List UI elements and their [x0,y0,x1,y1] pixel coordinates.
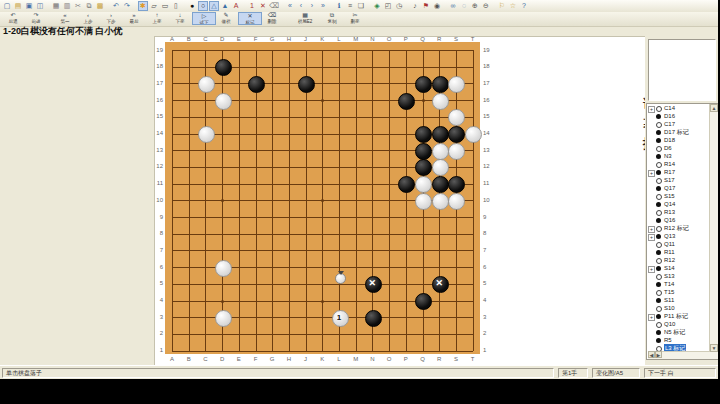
row-label-left: 4 [152,297,163,304]
column-label-top: D [218,36,226,43]
row-label-right: 4 [483,297,495,304]
move-tree-item[interactable]: +C14 [647,104,718,112]
flag-icon[interactable]: ⚐ [497,1,507,11]
tree-vertical-scrollbar[interactable]: ▲ ▼ [709,104,718,359]
column-label-top: F [252,36,260,43]
black-move-icon [656,154,661,159]
mic-icon[interactable]: ⚑ [421,1,431,11]
white-stone-R13[interactable] [432,143,449,160]
grid-line-horizontal [172,234,473,235]
move-label: D18 [664,136,675,144]
move-tree-item[interactable]: +R17 [647,168,718,176]
white-stone-D6[interactable] [215,260,232,277]
delete-button-icon: ⌫ [261,12,283,19]
right-panel: +C14D16C17D17 标记D18D6N3R14+R17S17Q17S15Q… [645,36,718,365]
black-stone-R17[interactable] [432,76,449,93]
prev-button-label: 上步 [77,19,99,24]
black-stone-Q12[interactable] [415,159,432,176]
white-stone-C17[interactable] [198,76,215,93]
letterbox-bottom [0,379,720,404]
triangle-mark-icon[interactable]: △ [209,1,219,11]
move-label: Q10 [664,320,675,328]
black-stone-P11[interactable] [398,176,415,193]
scroll-up-icon[interactable]: ▲ [710,104,718,112]
white-stone-S10[interactable] [448,193,465,210]
status-move-number: 第1手 [558,368,588,378]
edit-button-label: 做棋 [215,19,237,24]
black-move-icon [656,282,661,287]
column-label-bottom: S [452,356,460,363]
gear-icon[interactable]: ✱ [138,1,148,11]
move-label: C14 [664,104,675,112]
black-move-icon [656,130,661,135]
cursor-ghost-stone [335,273,346,284]
white-stone-C14[interactable] [198,126,215,143]
move-tree-item[interactable]: T15 [647,288,718,296]
move-number-label-L3: 1 [332,310,347,325]
row-label-left: 9 [152,214,163,221]
link-icon[interactable]: ∞ [448,1,458,11]
next-var-button-icon: ↓ [169,12,191,19]
star-point [422,99,425,102]
undo-move-button[interactable]: ↶后退 [2,12,24,25]
move-tree[interactable]: +C14D16C17D17 标记D18D6N3R14+R17S17Q17S15Q… [646,103,719,360]
black-stone-N3[interactable] [365,310,382,327]
move-label: Q16 [664,216,675,224]
grid-line-horizontal [172,351,473,352]
delete-button[interactable]: ⌫删除 [261,12,283,25]
move-tree-item[interactable]: N3 [647,152,718,160]
status-hint: 单击棋盘落子 [2,368,554,378]
black-stone-Q14[interactable] [415,126,432,143]
prev-var-button-label: 上变 [146,19,168,24]
row-label-left: 10 [152,197,163,204]
column-label-top: G [268,36,276,43]
white-stone-T14[interactable] [465,126,482,143]
star-point [321,99,324,102]
column-label-bottom: K [318,356,326,363]
move-label: N3 [664,152,672,160]
white-move-icon [656,322,662,328]
copy-pos-button-label: 复制 [321,19,343,24]
black-move-icon [656,330,661,335]
row-label-left: 13 [152,147,163,154]
white-move-icon [656,146,662,152]
column-label-bottom: R [435,356,443,363]
move-tree-item[interactable]: D18 [647,136,718,144]
square-mark-icon[interactable]: ▲ [220,1,230,11]
white-move-icon [656,178,662,184]
column-label-bottom: E [235,356,243,363]
undo-move-button-label: 后退 [2,19,24,24]
row-label-left: 18 [152,63,163,70]
row-label-left: 3 [152,314,163,321]
redo-move-button-icon: ↷ [25,12,47,19]
row-label-right: 17 [483,80,495,87]
undo-icon[interactable]: ↶ [111,1,121,11]
column-label-top: L [335,36,343,43]
row-label-right: 1 [483,347,495,354]
column-label-top: P [402,36,410,43]
move-label: S17 [664,176,675,184]
status-variation: 变化图/A5 [592,368,640,378]
move-label: Q14 [664,200,675,208]
column-label-top: R [435,36,443,43]
del-var-button-label: 删变 [344,19,366,24]
row-label-right: 7 [483,247,495,254]
status-next-player: 下一手 白 [644,368,716,378]
row-label-left: 15 [152,113,163,120]
next-move-icon[interactable]: › [307,1,317,11]
next-button[interactable]: ›下步 [100,12,122,25]
move-label: D6 [664,144,672,152]
move-label: N5 标记 [664,328,685,336]
prev-var-button[interactable]: ↑上变 [146,12,168,25]
move-label: R12 [664,256,675,264]
move-tree-item[interactable]: S10 [647,304,718,312]
black-stone-D18[interactable] [215,59,232,76]
prev-button[interactable]: ‹上步 [77,12,99,25]
move-tree-item[interactable]: T14 [647,280,718,288]
move-tree-item[interactable]: Q14 [647,200,718,208]
save-all-icon[interactable]: ◫ [35,1,45,11]
white-stone-R16[interactable] [432,93,449,110]
white-move-icon [656,258,662,264]
move-tree-item[interactable]: R14 [647,160,718,168]
row-label-right: 11 [483,180,495,187]
grid-line-vertical [339,50,340,351]
next-button-icon: › [100,12,122,19]
comment-icon[interactable]: ❏ [356,1,366,11]
paste-icon[interactable]: ▩ [95,1,105,11]
white-stone-R10[interactable] [432,193,449,210]
column-label-top: J [302,36,310,43]
next-var-button[interactable]: ↓下变 [169,12,191,25]
column-label-bottom: C [201,356,209,363]
column-label-bottom: N [368,356,376,363]
game-e2-button[interactable]: ▦棋局E2 [290,12,320,25]
black-stone-Q4[interactable] [415,293,432,310]
tree-view-icon[interactable]: ≡ [345,1,355,11]
black-stone-S11[interactable] [448,176,465,193]
move-tree-item[interactable]: D6 [647,144,718,152]
row-label-left: 12 [152,163,163,170]
move-label: R5 [664,336,672,344]
number-mark-icon[interactable]: 1 [247,1,257,11]
scroll-left-icon[interactable]: ◀ [648,351,655,358]
white-move-icon [656,210,662,216]
column-label-bottom: B [185,356,193,363]
column-label-top: K [318,36,326,43]
row-label-left: 14 [152,130,163,137]
column-label-bottom: Q [419,356,427,363]
column-label-top: Q [419,36,427,43]
move-tree-item[interactable]: R11 [647,248,718,256]
move-tree-item[interactable]: +P11 标记 [647,312,718,320]
cross-mark-icon[interactable]: ✕ [258,1,268,11]
move-tree-item[interactable]: Q17 [647,184,718,192]
open-file-icon[interactable]: ▤ [13,1,23,11]
move-label: R12 标记 [664,224,689,232]
mark-button[interactable]: ✕标记 [238,12,262,25]
black-stone-R11[interactable] [432,176,449,193]
move-label: R14 [664,160,675,168]
black-stone-icon[interactable]: ● [187,1,197,11]
move-tree-item[interactable]: Q10 [647,320,718,328]
search-icon[interactable]: ◌ [459,1,469,11]
move-label: R17 [664,168,675,176]
row-label-right: 18 [483,63,495,70]
black-stone-S14[interactable] [448,126,465,143]
white-move-icon [656,194,662,200]
try-button[interactable]: ▷试下 [192,12,216,25]
row-label-right: 15 [483,113,495,120]
last-button-icon: » [123,12,145,19]
first-button[interactable]: «第一 [54,12,76,25]
first-move-icon[interactable]: « [285,1,295,11]
del-var-button[interactable]: ✂删变 [344,12,366,25]
column-label-bottom: H [285,356,293,363]
edit-button[interactable]: ✎做棋 [215,12,237,25]
clock-icon[interactable]: ◷ [394,1,404,11]
white-stone-icon[interactable]: ○ [198,1,208,11]
cross-marker-N5: ✕ [365,276,380,291]
letter-mark-icon[interactable]: A [231,1,241,11]
move-tree-item[interactable]: N5 标记 [647,328,718,336]
grid-line-vertical [473,50,474,351]
white-stone-Q11[interactable] [415,176,432,193]
help-icon[interactable]: ? [519,1,529,11]
star-point [321,199,324,202]
first-button-label: 第一 [54,19,76,24]
grid-line-horizontal [172,250,473,251]
prev-move-icon[interactable]: ‹ [296,1,306,11]
white-stone-D3[interactable] [215,310,232,327]
white-stone-R12[interactable] [432,159,449,176]
preview-icon[interactable]: ▥ [62,1,72,11]
white-stone-S17[interactable] [448,76,465,93]
column-label-top: H [285,36,293,43]
white-stone-D16[interactable] [215,93,232,110]
row-label-right: 19 [483,47,495,54]
row-label-right: 9 [483,214,495,221]
new-file-icon[interactable]: ▢ [2,1,12,11]
column-label-bottom: A [168,356,176,363]
print-icon[interactable]: ▦ [51,1,61,11]
column-label-top: M [352,36,360,43]
black-move-icon [656,266,661,271]
black-move-icon [656,186,661,191]
white-stone-S13[interactable] [448,143,465,160]
last-button-label: 最后 [123,19,145,24]
erase-icon[interactable]: ⌫ [269,1,279,11]
next-var-button-label: 下变 [169,19,191,24]
try-button-icon: ▷ [193,13,215,20]
move-label: S15 [664,192,675,200]
white-stone-S15[interactable] [448,109,465,126]
grid-icon[interactable]: ▭ [160,1,170,11]
move-tree-item[interactable]: R5 [647,336,718,344]
column-label-bottom: G [268,356,276,363]
move-label: Q11 [664,240,675,248]
move-label: P11 标记 [664,312,688,320]
grid-line-vertical [389,50,390,351]
move-tree-item[interactable]: +Q13 [647,232,718,240]
white-move-icon [656,122,662,128]
row-label-right: 10 [483,197,495,204]
last-move-icon[interactable]: » [318,1,328,11]
save-file-icon[interactable]: ▣ [24,1,34,11]
next-button-label: 下步 [100,19,122,24]
move-tree-item[interactable]: R13 [647,208,718,216]
move-label: D17 标记 [664,128,689,136]
zoom-in-icon[interactable]: ⊕ [470,1,480,11]
black-move-icon [656,234,661,239]
zoom-out-icon[interactable]: ⊖ [481,1,491,11]
move-label: S10 [664,304,675,312]
grid-line-horizontal [172,334,473,335]
column-label-top: A [168,36,176,43]
scroll-down-icon[interactable]: ▼ [710,344,718,352]
row-label-right: 12 [483,163,495,170]
row-label-right: 5 [483,280,495,287]
last-button[interactable]: »最后 [123,12,145,25]
star-point [221,199,224,202]
delete-button-label: 删除 [261,19,283,24]
analyze-icon[interactable]: ◈ [372,1,382,11]
black-move-icon [656,298,661,303]
comment-box[interactable] [648,39,716,101]
go-board[interactable]: ✕✕1 [165,42,480,354]
copy-pos-button-icon: ⧉ [321,12,343,19]
cut-icon[interactable]: ✂ [73,1,83,11]
row-label-left: 5 [152,280,163,287]
white-move-icon [656,290,662,296]
scroll-right-icon[interactable]: ▶ [655,351,662,358]
black-stone-J17[interactable] [298,76,315,93]
black-move-icon [656,202,661,207]
black-stone-P16[interactable] [398,93,415,110]
status-bar: 单击棋盘落子 第1手 变化图/A5 下一手 白 [0,365,718,380]
black-move-icon [656,338,661,343]
copy-pos-button[interactable]: ⧉复制 [321,12,343,25]
row-label-left: 8 [152,230,163,237]
white-move-icon [656,106,662,112]
row-label-right: 16 [483,97,495,104]
tree-horizontal-scrollbar[interactable]: ◀ ▶ [648,351,710,359]
move-label: S13 [664,272,675,280]
column-label-bottom: F [252,356,260,363]
mark-button-label: 标记 [239,20,261,25]
black-move-icon [656,218,661,223]
move-tree-item[interactable]: D16 [647,112,718,120]
white-move-icon [656,274,662,280]
black-stone-Q13[interactable] [415,143,432,160]
white-move-icon [656,226,662,232]
row-label-left: 17 [152,80,163,87]
row-label-left: 6 [152,264,163,271]
move-label: D16 [664,112,675,120]
move-label: R13 [664,208,675,216]
white-stone-Q10[interactable] [415,193,432,210]
column-label-bottom: M [352,356,360,363]
game-e2-button-icon: ▦ [290,12,320,19]
sound-icon[interactable]: ♪ [410,1,420,11]
info-icon[interactable]: ℹ [334,1,344,11]
move-label: C17 [664,120,675,128]
copy-icon[interactable]: ⧉ [84,1,94,11]
column-label-top: E [235,36,243,43]
column-label-bottom: L [335,356,343,363]
column-label-top: C [201,36,209,43]
frame-icon[interactable]: ▯ [171,1,181,11]
move-label: S11 [664,296,674,304]
prev-var-button-icon: ↑ [146,12,168,19]
game-e2-button-label: 棋局E2 [290,19,320,24]
camera-icon[interactable]: ◉ [432,1,442,11]
column-label-top: S [452,36,460,43]
move-tree-item[interactable]: Q11 [647,240,718,248]
move-tree-item[interactable]: C17 [647,120,718,128]
column-label-bottom: T [469,356,477,363]
redo-icon[interactable]: ↷ [122,1,132,11]
star-point [321,300,324,303]
move-tree-item[interactable]: Q16 [647,216,718,224]
move-label: S14 [664,264,675,272]
move-label: T14 [664,280,674,288]
move-label: Q17 [664,184,675,192]
move-tree-item[interactable]: S11 [647,296,718,304]
row-label-right: 3 [483,314,495,321]
column-label-top: N [368,36,376,43]
row-label-right: 14 [483,130,495,137]
row-label-left: 11 [152,180,163,187]
row-label-left: 7 [152,247,163,254]
move-tree-item[interactable]: S15 [647,192,718,200]
del-var-button-icon: ✂ [344,12,366,19]
column-label-top: O [385,36,393,43]
try-button-label: 试下 [193,20,215,25]
move-tree-item[interactable]: S13 [647,272,718,280]
move-tree-item[interactable]: R12 [647,256,718,264]
black-stone-R14[interactable] [432,126,449,143]
column-label-bottom: D [218,356,226,363]
app-screen: ▢▤▣◫▦▥✂⧉▩↶↷✱▱▭▯●○△▲A1✕⌫«‹›»ℹ≡❏◈◰◷♪⚑◉∞◌⊕⊖… [0,0,720,404]
white-move-icon [656,242,662,248]
redo-move-button[interactable]: ↷前进 [25,12,47,25]
board-setup-icon[interactable]: ▱ [149,1,159,11]
row-label-left: 2 [152,330,163,337]
move-tree-item[interactable]: +S14 [647,264,718,272]
row-label-left: 1 [152,347,163,354]
move-tree-item[interactable]: S17 [647,176,718,184]
move-tree-item[interactable]: D17 标记 [647,128,718,136]
black-move-icon [656,314,661,319]
grid-line-horizontal [172,217,473,218]
move-label: T15 [664,288,674,296]
star-icon[interactable]: ☆ [508,1,518,11]
grid-line-horizontal [172,284,473,285]
score-icon[interactable]: ◰ [383,1,393,11]
row-label-right: 8 [483,230,495,237]
row-label-right: 6 [483,264,495,271]
move-tree-item[interactable]: +R12 标记 [647,224,718,232]
white-move-icon [656,162,662,168]
black-stone-F17[interactable] [248,76,265,93]
first-button-icon: « [54,12,76,19]
black-stone-Q17[interactable] [415,76,432,93]
app-window: ▢▤▣◫▦▥✂⧉▩↶↷✱▱▭▯●○△▲A1✕⌫«‹›»ℹ≡❏◈◰◷♪⚑◉∞◌⊕⊖… [0,0,718,379]
